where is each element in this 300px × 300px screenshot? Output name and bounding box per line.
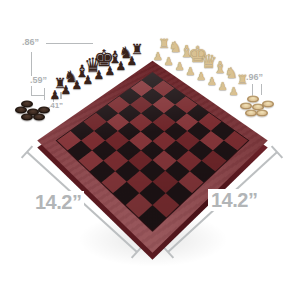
checker-dark	[38, 107, 50, 114]
checker-light	[262, 101, 274, 108]
checker-dark	[21, 101, 33, 108]
chess-piece-pawn: ♟	[50, 89, 61, 101]
chess-piece-pawn: ♟	[105, 65, 116, 77]
checker-dark	[21, 114, 33, 121]
chess-piece-pawn: ♟	[207, 76, 217, 87]
product-photo: .86” .59” .41” .96” ♜♞♝♛♚♝♞♜♟♟♟♟♟♟♟♟♜♞♝♚…	[0, 0, 300, 300]
chess-piece-pawn: ♟	[83, 74, 94, 86]
chess-piece-pawn: ♟	[196, 71, 206, 82]
chess-piece-pawn: ♟	[164, 56, 174, 67]
board-depth-label: 14.2”	[208, 189, 260, 211]
chess-piece-pawn: ♟	[229, 86, 239, 97]
chess-piece-pawn: ♟	[153, 51, 163, 62]
checker-dark	[15, 107, 27, 114]
chess-piece-pawn: ♟	[175, 61, 185, 72]
chess-piece-pawn: ♟	[185, 66, 195, 77]
board-width-label: 14.2”	[32, 191, 84, 213]
chess-piece-pawn: ♟	[61, 84, 72, 96]
checker-dark	[33, 114, 45, 121]
checker-light	[240, 103, 252, 110]
chess-piece-pawn: ♟	[116, 60, 127, 72]
checker-light	[247, 96, 259, 103]
chess-piece-pawn: ♟	[72, 79, 83, 91]
checker-light	[256, 110, 268, 117]
chess-piece-pawn: ♟	[218, 81, 228, 92]
chess-piece-pawn: ♟	[127, 55, 138, 67]
chess-piece-pawn: ♟	[94, 69, 105, 81]
